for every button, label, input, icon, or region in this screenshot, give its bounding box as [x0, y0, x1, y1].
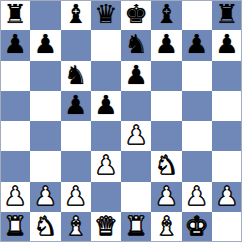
square-g8[interactable]: [182, 0, 212, 30]
square-h4[interactable]: [212, 121, 242, 151]
square-c1[interactable]: ♝: [61, 212, 91, 242]
square-f5[interactable]: [151, 91, 181, 121]
square-g7[interactable]: ♟: [182, 30, 212, 60]
square-c4[interactable]: [61, 121, 91, 151]
piece-white-pawn-d3[interactable]: ♟: [94, 152, 117, 178]
piece-black-pawn-a7[interactable]: ♟: [3, 31, 26, 57]
square-d1[interactable]: ♛: [91, 212, 121, 242]
square-g4[interactable]: [182, 121, 212, 151]
piece-black-rook-h8[interactable]: ♜: [215, 1, 238, 27]
piece-white-pawn-b2[interactable]: ♟: [34, 183, 57, 209]
square-g5[interactable]: [182, 91, 212, 121]
piece-white-pawn-a2[interactable]: ♟: [3, 183, 26, 209]
piece-black-pawn-b7[interactable]: ♟: [34, 31, 57, 57]
piece-black-pawn-e6[interactable]: ♟: [124, 62, 147, 88]
piece-white-rook-e1[interactable]: ♜: [124, 213, 147, 239]
square-b8[interactable]: [30, 0, 60, 30]
square-c8[interactable]: ♝: [61, 0, 91, 30]
piece-black-pawn-h7[interactable]: ♟: [215, 31, 238, 57]
square-g1[interactable]: ♚: [182, 212, 212, 242]
square-c2[interactable]: ♟: [61, 182, 91, 212]
piece-black-pawn-g7[interactable]: ♟: [185, 31, 208, 57]
square-d6[interactable]: [91, 61, 121, 91]
square-h8[interactable]: ♜: [212, 0, 242, 30]
piece-white-knight-f3[interactable]: ♞: [155, 152, 178, 178]
square-h5[interactable]: [212, 91, 242, 121]
square-f3[interactable]: ♞: [151, 151, 181, 181]
square-d7[interactable]: [91, 30, 121, 60]
piece-white-pawn-f2[interactable]: ♟: [155, 183, 178, 209]
square-b6[interactable]: [30, 61, 60, 91]
piece-white-pawn-c2[interactable]: ♟: [64, 183, 87, 209]
piece-black-rook-a8[interactable]: ♜: [3, 1, 26, 27]
square-g3[interactable]: [182, 151, 212, 181]
piece-white-pawn-h2[interactable]: ♟: [215, 183, 238, 209]
piece-black-bishop-f8[interactable]: ♝: [155, 1, 178, 27]
chess-board: ♜♝♛♚♝♜♟♟♞♟♟♟♞♟♟♟♟♟♞♟♟♟♟♟♟♜♞♝♛♜♝♚: [0, 0, 242, 242]
square-f4[interactable]: [151, 121, 181, 151]
piece-black-pawn-f7[interactable]: ♟: [155, 31, 178, 57]
square-e1[interactable]: ♜: [121, 212, 151, 242]
piece-white-knight-b1[interactable]: ♞: [34, 213, 57, 239]
piece-black-pawn-c5[interactable]: ♟: [64, 92, 87, 118]
square-a7[interactable]: ♟: [0, 30, 30, 60]
square-e5[interactable]: [121, 91, 151, 121]
piece-black-bishop-c8[interactable]: ♝: [64, 1, 87, 27]
square-e3[interactable]: [121, 151, 151, 181]
piece-white-pawn-g2[interactable]: ♟: [185, 183, 208, 209]
square-d5[interactable]: ♟: [91, 91, 121, 121]
piece-white-bishop-c1[interactable]: ♝: [64, 213, 87, 239]
piece-white-bishop-f1[interactable]: ♝: [155, 213, 178, 239]
square-a3[interactable]: [0, 151, 30, 181]
square-e8[interactable]: ♚: [121, 0, 151, 30]
square-b1[interactable]: ♞: [30, 212, 60, 242]
square-h2[interactable]: ♟: [212, 182, 242, 212]
square-d2[interactable]: [91, 182, 121, 212]
square-b5[interactable]: [30, 91, 60, 121]
square-b2[interactable]: ♟: [30, 182, 60, 212]
piece-white-queen-d1[interactable]: ♛: [94, 213, 117, 239]
piece-black-knight-e7[interactable]: ♞: [124, 31, 147, 57]
square-f2[interactable]: ♟: [151, 182, 181, 212]
square-d4[interactable]: [91, 121, 121, 151]
piece-white-pawn-e4[interactable]: ♟: [124, 122, 147, 148]
square-f6[interactable]: [151, 61, 181, 91]
piece-black-queen-d8[interactable]: ♛: [94, 1, 117, 27]
piece-black-knight-c6[interactable]: ♞: [64, 62, 87, 88]
square-e7[interactable]: ♞: [121, 30, 151, 60]
square-c5[interactable]: ♟: [61, 91, 91, 121]
square-a6[interactable]: [0, 61, 30, 91]
square-h3[interactable]: [212, 151, 242, 181]
square-c3[interactable]: [61, 151, 91, 181]
square-a4[interactable]: [0, 121, 30, 151]
square-e4[interactable]: ♟: [121, 121, 151, 151]
square-e6[interactable]: ♟: [121, 61, 151, 91]
square-a8[interactable]: ♜: [0, 0, 30, 30]
square-h6[interactable]: [212, 61, 242, 91]
square-g6[interactable]: [182, 61, 212, 91]
square-h7[interactable]: ♟: [212, 30, 242, 60]
square-e2[interactable]: [121, 182, 151, 212]
square-f8[interactable]: ♝: [151, 0, 181, 30]
square-f7[interactable]: ♟: [151, 30, 181, 60]
square-b4[interactable]: [30, 121, 60, 151]
square-a5[interactable]: [0, 91, 30, 121]
square-d8[interactable]: ♛: [91, 0, 121, 30]
square-h1[interactable]: [212, 212, 242, 242]
piece-white-king-g1[interactable]: ♚: [185, 213, 208, 239]
square-d3[interactable]: ♟: [91, 151, 121, 181]
square-f1[interactable]: ♝: [151, 212, 181, 242]
piece-black-pawn-d5[interactable]: ♟: [94, 92, 117, 118]
square-b7[interactable]: ♟: [30, 30, 60, 60]
square-c6[interactable]: ♞: [61, 61, 91, 91]
square-a1[interactable]: ♜: [0, 212, 30, 242]
square-g2[interactable]: ♟: [182, 182, 212, 212]
piece-black-king-e8[interactable]: ♚: [124, 1, 147, 27]
square-c7[interactable]: [61, 30, 91, 60]
square-b3[interactable]: [30, 151, 60, 181]
square-a2[interactable]: ♟: [0, 182, 30, 212]
piece-white-rook-a1[interactable]: ♜: [3, 213, 26, 239]
